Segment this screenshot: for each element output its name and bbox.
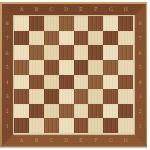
square-d4[interactable] [59,75,74,90]
square-f8[interactable] [88,16,103,31]
square-h6[interactable] [118,45,133,60]
square-a8[interactable] [14,16,29,31]
square-b7[interactable] [29,31,44,46]
square-h5[interactable] [118,60,133,75]
square-b5[interactable] [29,60,44,75]
square-d7[interactable] [59,31,74,46]
square-h3[interactable] [118,89,133,104]
square-b3[interactable] [29,89,44,104]
square-e8[interactable] [74,16,89,31]
square-e6[interactable] [74,45,89,60]
square-a4[interactable] [14,75,29,90]
square-e7[interactable] [74,31,89,46]
square-c8[interactable] [44,16,59,31]
square-c6[interactable] [44,45,59,60]
square-f6[interactable] [88,45,103,60]
square-g1[interactable] [103,118,118,133]
square-b1[interactable] [29,118,44,133]
square-g5[interactable] [103,60,118,75]
square-f5[interactable] [88,60,103,75]
square-a5[interactable] [14,60,29,75]
square-h4[interactable] [118,75,133,90]
square-b6[interactable] [29,45,44,60]
square-h7[interactable] [118,31,133,46]
square-h2[interactable] [118,104,133,119]
square-g7[interactable] [103,31,118,46]
square-b4[interactable] [29,75,44,90]
square-c7[interactable] [44,31,59,46]
square-g2[interactable] [103,104,118,119]
square-a1[interactable] [14,118,29,133]
square-g4[interactable] [103,75,118,90]
square-e1[interactable] [74,118,89,133]
square-d8[interactable] [59,16,74,31]
square-b2[interactable] [29,104,44,119]
square-f2[interactable] [88,104,103,119]
square-a7[interactable] [14,31,29,46]
square-a3[interactable] [14,89,29,104]
square-d6[interactable] [59,45,74,60]
square-b8[interactable] [29,16,44,31]
chessboard: ABCDEFGH ABCDEFGH 87654321 87654321 [0,2,147,147]
square-d3[interactable] [59,89,74,104]
square-f1[interactable] [88,118,103,133]
square-a2[interactable] [14,104,29,119]
square-c1[interactable] [44,118,59,133]
square-f3[interactable] [88,89,103,104]
square-e2[interactable] [74,104,89,119]
square-c3[interactable] [44,89,59,104]
square-h1[interactable] [118,118,133,133]
square-c4[interactable] [44,75,59,90]
square-a6[interactable] [14,45,29,60]
square-d2[interactable] [59,104,74,119]
square-f7[interactable] [88,31,103,46]
square-d1[interactable] [59,118,74,133]
square-d5[interactable] [59,60,74,75]
board-frame [2,4,146,146]
square-h8[interactable] [118,16,133,31]
square-g6[interactable] [103,45,118,60]
square-e3[interactable] [74,89,89,104]
square-c5[interactable] [44,60,59,75]
square-c2[interactable] [44,104,59,119]
square-f4[interactable] [88,75,103,90]
square-g3[interactable] [103,89,118,104]
board-photo: ABCDEFGH ABCDEFGH 87654321 87654321 [0,0,150,150]
square-g8[interactable] [103,16,118,31]
square-e5[interactable] [74,60,89,75]
board-grid [14,16,133,133]
square-e4[interactable] [74,75,89,90]
